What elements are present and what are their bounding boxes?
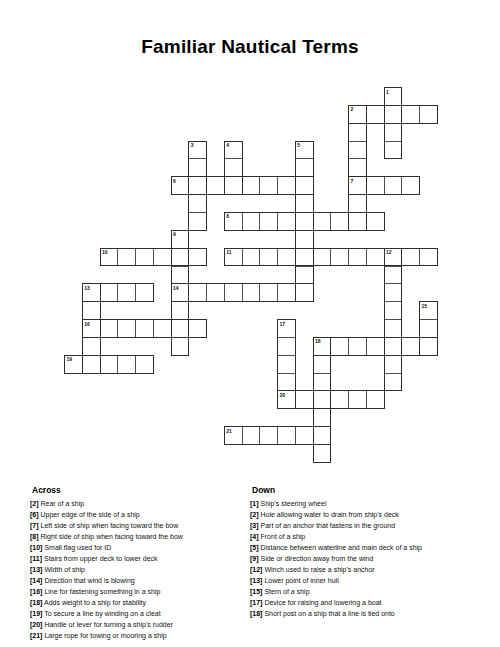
grid-cell[interactable]: 18 [313, 337, 332, 356]
clue-item-across-7: [7] Left side of ship when facing toward… [30, 520, 248, 531]
grid-cell[interactable] [188, 176, 207, 195]
clue-number: [21] [30, 632, 42, 639]
grid-cell[interactable]: 1 [384, 87, 403, 106]
grid-cell[interactable] [295, 194, 314, 213]
grid-cell[interactable] [384, 283, 403, 302]
grid-cell[interactable] [384, 105, 403, 124]
cell-number: 5 [297, 142, 300, 148]
grid-cell[interactable]: 16 [82, 319, 101, 338]
grid-cell[interactable] [171, 248, 190, 267]
clue-item-down-12: [12] Winch used to raise a ship's anchor [250, 564, 498, 575]
grid-cell[interactable] [419, 337, 438, 356]
grid-cell[interactable] [277, 212, 296, 231]
grid-cell[interactable] [82, 337, 101, 356]
grid-cell[interactable]: 10 [100, 248, 119, 267]
grid-cell[interactable] [188, 212, 207, 231]
grid-cell[interactable] [348, 390, 367, 409]
across-clue-list: [2] Rear of a ship[6] Upper edge of the … [30, 498, 248, 641]
grid-cell[interactable] [348, 337, 367, 356]
grid-cell[interactable]: 12 [384, 248, 403, 267]
clue-number: [8] [30, 533, 39, 540]
grid-cell[interactable] [419, 248, 438, 267]
across-clues-section: Across [2] Rear of a ship[6] Upper edge … [30, 485, 248, 641]
cell-number: 8 [226, 213, 229, 219]
cell-number: 15 [422, 303, 428, 309]
cell-number: 16 [84, 321, 90, 327]
clue-number: [4] [250, 533, 259, 540]
grid-cell[interactable] [259, 212, 278, 231]
across-header: Across [32, 485, 248, 495]
clue-number: [9] [250, 555, 259, 562]
grid-cell[interactable] [401, 337, 420, 356]
grid-cell[interactable]: 8 [224, 212, 243, 231]
clue-item-down-1: [1] Ship's steering wheel [250, 498, 498, 509]
cell-number: 12 [386, 249, 392, 255]
grid-cell[interactable] [100, 319, 119, 338]
cell-number: 2 [351, 106, 354, 112]
grid-cell[interactable] [295, 426, 314, 445]
grid-cell[interactable] [224, 158, 243, 177]
grid-cell[interactable]: 19 [64, 355, 83, 374]
clue-item-down-4: [4] Front of a ship [250, 531, 498, 542]
grid-cell[interactable] [135, 355, 154, 374]
grid-cell[interactable] [348, 141, 367, 160]
cell-number: 1 [386, 89, 389, 95]
clue-number: [20] [30, 621, 42, 628]
grid-cell[interactable] [153, 319, 172, 338]
clue-item-down-5: [5] Distance between waterline and main … [250, 542, 498, 553]
grid-cell[interactable] [348, 158, 367, 177]
grid-cell[interactable] [171, 337, 190, 356]
clue-number: [15] [250, 588, 262, 595]
cell-number: 19 [67, 356, 73, 362]
grid-cell[interactable] [366, 176, 385, 195]
grid-cell[interactable] [117, 248, 136, 267]
grid-cell[interactable]: 20 [277, 390, 296, 409]
clue-number: [10] [30, 544, 42, 551]
grid-cell[interactable] [384, 319, 403, 338]
grid-cell[interactable] [259, 283, 278, 302]
cell-number: 21 [226, 428, 232, 434]
grid-cell[interactable] [82, 355, 101, 374]
grid-cell[interactable] [242, 176, 261, 195]
puzzle-title: Familiar Nautical Terms [0, 36, 500, 58]
grid-cell[interactable] [366, 337, 385, 356]
clue-number: [18] [250, 610, 262, 617]
grid-cell[interactable] [313, 408, 332, 427]
clue-item-down-18: [18] Short post on a ship that a line is… [250, 608, 498, 619]
grid-cell[interactable] [330, 248, 349, 267]
clue-item-down-13: [13] Lower point of inner hull [250, 575, 498, 586]
grid-cell[interactable] [384, 266, 403, 285]
cell-number: 10 [102, 249, 108, 255]
grid-cell[interactable] [206, 176, 225, 195]
grid-cell[interactable]: 4 [224, 141, 243, 160]
grid-cell[interactable] [348, 123, 367, 142]
grid-cell[interactable] [188, 248, 207, 267]
clue-item-across-10: [10] Small flag used for ID [30, 542, 248, 553]
grid-cell[interactable] [366, 212, 385, 231]
clue-number: [2] [250, 511, 259, 518]
grid-cell[interactable] [401, 176, 420, 195]
grid-cell[interactable] [117, 283, 136, 302]
grid-cell[interactable] [171, 266, 190, 285]
grid-cell[interactable] [82, 301, 101, 320]
grid-cell[interactable] [348, 212, 367, 231]
clue-number: [2] [30, 500, 39, 507]
grid-cell[interactable] [348, 248, 367, 267]
grid-cell[interactable] [188, 158, 207, 177]
grid-cell[interactable]: 11 [224, 248, 243, 267]
grid-cell[interactable] [295, 283, 314, 302]
grid-cell[interactable] [277, 176, 296, 195]
grid-cell[interactable] [171, 301, 190, 320]
grid-cell[interactable] [135, 248, 154, 267]
clue-number: [13] [30, 566, 42, 573]
grid-cell[interactable] [366, 248, 385, 267]
grid-cell[interactable] [313, 373, 332, 392]
clue-number: [6] [30, 511, 39, 518]
grid-cell[interactable] [135, 319, 154, 338]
cell-number: 20 [280, 392, 286, 398]
grid-cell[interactable] [117, 355, 136, 374]
grid-cell[interactable] [313, 426, 332, 445]
clue-item-across-14: [14] Direction that wind is blowing [30, 575, 248, 586]
grid-cell[interactable] [384, 337, 403, 356]
clue-number: [7] [30, 522, 39, 529]
grid-cell[interactable] [295, 230, 314, 249]
clue-number: [14] [30, 577, 42, 584]
grid-cell[interactable] [242, 283, 261, 302]
clue-number: [12] [250, 566, 262, 573]
clue-item-across-2: [2] Rear of a ship [30, 498, 248, 509]
clue-item-across-20: [20] Handle or lever for turning a ship'… [30, 619, 248, 630]
clue-number: [19] [30, 610, 42, 617]
grid-cell[interactable] [259, 176, 278, 195]
grid-cell[interactable] [242, 212, 261, 231]
grid-cell[interactable] [384, 355, 403, 374]
cell-number: 3 [191, 142, 194, 148]
cell-number: 11 [226, 249, 231, 255]
grid-cell[interactable] [330, 337, 349, 356]
grid-cell[interactable]: 9 [171, 230, 190, 249]
grid-cell[interactable] [313, 444, 332, 463]
grid-cell[interactable] [313, 248, 332, 267]
grid-cell[interactable] [188, 283, 207, 302]
cell-number: 14 [173, 285, 179, 291]
grid-cell[interactable] [224, 176, 243, 195]
grid-cell[interactable] [384, 141, 403, 160]
clue-number: [13] [250, 577, 262, 584]
grid-cell[interactable] [242, 248, 261, 267]
grid-cell[interactable] [277, 283, 296, 302]
grid-cell[interactable] [277, 355, 296, 374]
grid-cell[interactable] [419, 105, 438, 124]
grid-cell[interactable] [277, 373, 296, 392]
clue-number: [18] [30, 599, 42, 606]
clue-item-across-6: [6] Upper edge of the side of a ship [30, 509, 248, 520]
cell-number: 13 [84, 285, 90, 291]
grid-cell[interactable]: 6 [171, 176, 190, 195]
grid-cell[interactable]: 14 [171, 283, 190, 302]
grid-cell[interactable] [259, 426, 278, 445]
clue-number: [16] [30, 588, 42, 595]
grid-cell[interactable] [188, 194, 207, 213]
grid-cell[interactable] [277, 337, 296, 356]
grid-cell[interactable]: 5 [295, 141, 314, 160]
grid-cell[interactable]: 17 [277, 319, 296, 338]
grid-cell[interactable]: 13 [82, 283, 101, 302]
clue-item-across-19: [19] To secure a line by winding on a cl… [30, 608, 248, 619]
grid-cell[interactable] [366, 105, 385, 124]
down-clues-section: Down [1] Ship's steering wheel[2] Hole a… [250, 485, 498, 619]
grid-cell[interactable] [277, 426, 296, 445]
grid-cell[interactable] [153, 248, 172, 267]
grid-cell[interactable] [295, 158, 314, 177]
grid-cell[interactable]: 3 [188, 141, 207, 160]
grid-cell[interactable]: 7 [348, 176, 367, 195]
clue-item-across-21: [21] Large rope for towing or mooring a … [30, 630, 248, 641]
grid-cell[interactable] [277, 248, 296, 267]
grid-cell[interactable] [419, 319, 438, 338]
cell-number: 7 [351, 178, 354, 184]
grid-cell[interactable]: 21 [224, 426, 243, 445]
down-clue-list: [1] Ship's steering wheel[2] Hole allowi… [250, 498, 498, 619]
cell-number: 9 [173, 231, 176, 237]
clue-item-across-16: [16] Line for fastening something in a s… [30, 586, 248, 597]
grid-cell[interactable] [171, 319, 190, 338]
grid-cell[interactable] [295, 248, 314, 267]
grid-cell[interactable] [348, 194, 367, 213]
clue-number: [1] [250, 500, 259, 507]
grid-cell[interactable] [384, 176, 403, 195]
clue-item-down-15: [15] Stern of a ship [250, 586, 498, 597]
grid-cell[interactable] [242, 426, 261, 445]
grid-cell[interactable] [206, 283, 225, 302]
grid-cell[interactable] [330, 212, 349, 231]
grid-cell[interactable]: 2 [348, 105, 367, 124]
grid-cell[interactable] [100, 283, 119, 302]
grid-cell[interactable]: 15 [419, 301, 438, 320]
grid-cell[interactable] [295, 390, 314, 409]
cell-number: 17 [280, 321, 286, 327]
grid-cell[interactable] [313, 212, 332, 231]
clue-number: [3] [250, 522, 259, 529]
grid-cell[interactable] [313, 390, 332, 409]
grid-cell[interactable] [330, 390, 349, 409]
grid-cell[interactable] [259, 248, 278, 267]
grid-cell[interactable] [313, 355, 332, 374]
grid-cell[interactable] [295, 212, 314, 231]
grid-cell[interactable] [100, 355, 119, 374]
grid-cell[interactable] [224, 283, 243, 302]
cell-number: 6 [173, 178, 176, 184]
grid-cell[interactable] [401, 105, 420, 124]
clue-item-down-2: [2] Hole allowing water to drain from sh… [250, 509, 498, 520]
clue-item-down-9: [9] Side or direction away from the wind [250, 553, 498, 564]
crossword-page: { "game": "crossword", "title": "Familia… [0, 0, 500, 647]
grid-cell[interactable] [384, 373, 403, 392]
grid-cell[interactable] [117, 319, 136, 338]
grid-cell[interactable] [135, 283, 154, 302]
down-header: Down [252, 485, 498, 495]
clue-item-down-17: [17] Device for raising and lowering a b… [250, 597, 498, 608]
cell-number: 4 [226, 142, 229, 148]
cell-number: 18 [315, 338, 321, 344]
grid-cell[interactable] [384, 301, 403, 320]
clue-item-down-3: [3] Part of an anchor that fastens in th… [250, 520, 498, 531]
clue-item-across-13: [13] Width of ship [30, 564, 248, 575]
clue-item-across-8: [8] Right side of ship when facing towar… [30, 531, 248, 542]
clue-number: [11] [30, 555, 42, 562]
clue-item-across-18: [18] Adds weight to a ship for stability [30, 597, 248, 608]
clue-number: [17] [250, 599, 262, 606]
grid-cell[interactable] [295, 266, 314, 285]
grid-cell[interactable] [188, 319, 207, 338]
grid-cell[interactable] [401, 248, 420, 267]
grid-cell[interactable] [384, 123, 403, 142]
grid-cell[interactable] [295, 176, 314, 195]
grid-cell[interactable] [366, 390, 385, 409]
clue-number: [5] [250, 544, 259, 551]
clue-item-across-11: [11] Stairs from upper deck to lower dec… [30, 553, 248, 564]
